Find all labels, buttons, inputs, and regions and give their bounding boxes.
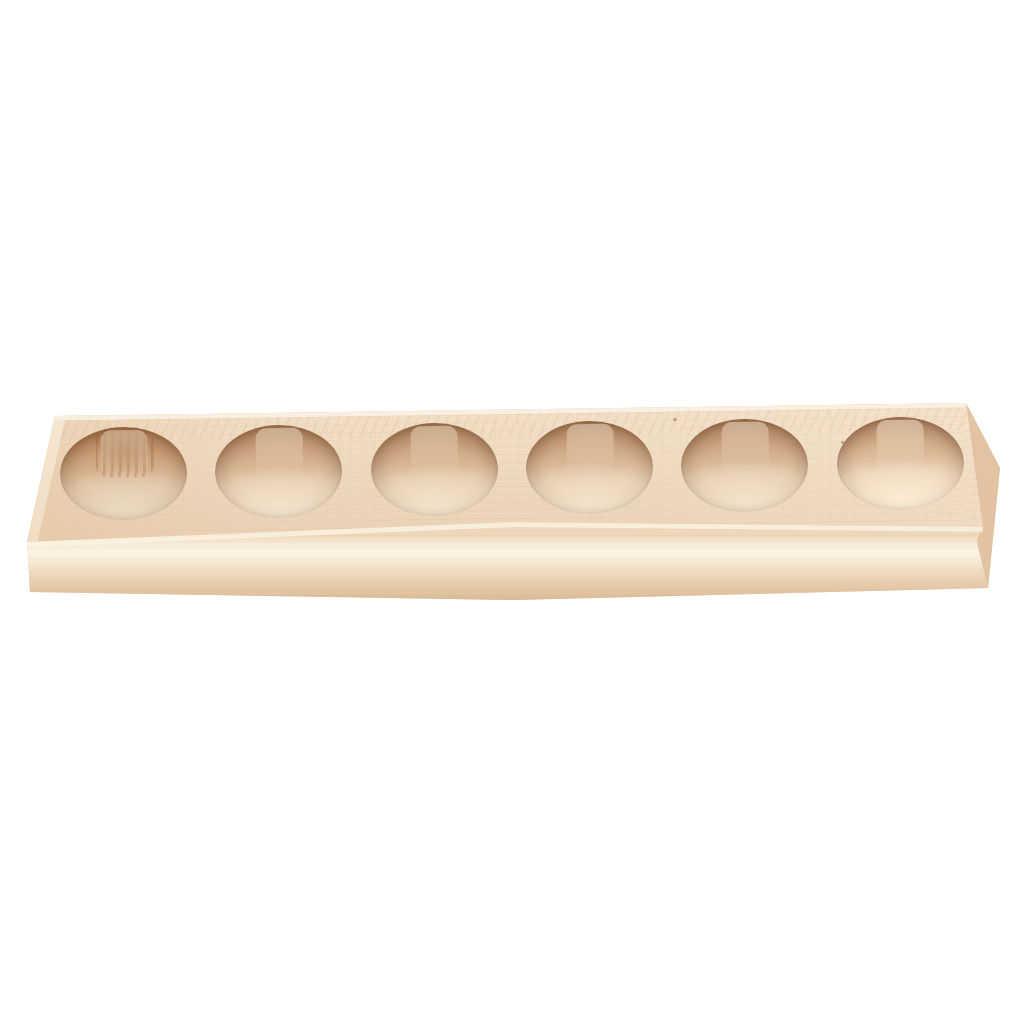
photo-backdrop: [0, 0, 1024, 1024]
pit-cell: [356, 420, 513, 519]
pit-2[interactable]: [215, 424, 343, 519]
pit-cell: [822, 414, 979, 513]
pit-3[interactable]: [370, 422, 498, 517]
pit-cell: [45, 424, 202, 523]
pit-1[interactable]: [60, 426, 188, 521]
pit-cell: [667, 416, 824, 515]
pit-cell: [511, 418, 668, 517]
pit-5[interactable]: [681, 418, 809, 513]
mancala-board: [27, 403, 1000, 600]
pit-4[interactable]: [526, 420, 654, 515]
pit-row: [45, 414, 978, 523]
pit-6[interactable]: [836, 416, 964, 511]
pit-cell: [201, 422, 358, 521]
